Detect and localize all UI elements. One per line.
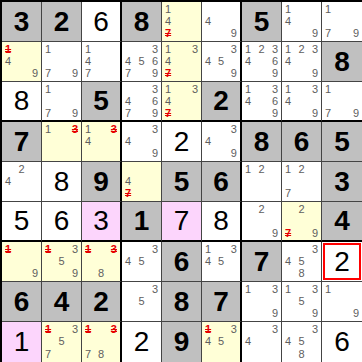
candidate-7-crossed: 7: [124, 188, 136, 200]
candidate-6: 6: [267, 95, 279, 107]
cell-r8c1[interactable]: 6: [2, 282, 42, 322]
candidate-5: 5: [56, 336, 68, 349]
cell-r6c7[interactable]: 29: [242, 202, 282, 242]
cell-r1c2[interactable]: 2: [42, 2, 82, 42]
cell-r6c4[interactable]: 1: [122, 202, 162, 242]
cell-r5c4[interactable]: 47: [122, 162, 162, 202]
candidate-3: 3: [147, 43, 159, 55]
solved-digit: 8: [54, 168, 70, 196]
candidate-1: 1: [244, 163, 256, 175]
cell-r9c8[interactable]: 3458: [282, 322, 322, 362]
candidate-3: 3: [267, 323, 279, 336]
candidate-5: 5: [136, 295, 148, 307]
candidate-7: 7: [124, 107, 136, 119]
cell-r5c9[interactable]: 3: [322, 162, 362, 202]
cell-r2c9[interactable]: 8: [322, 42, 362, 82]
cell-r8c9[interactable]: 19: [322, 282, 362, 322]
cell-r3c5[interactable]: 1347: [162, 82, 202, 122]
candidate-7: 7: [324, 28, 336, 40]
cell-r5c8[interactable]: 127: [282, 162, 322, 202]
candidate-2: 2: [296, 43, 308, 55]
given-digit: 8: [254, 128, 270, 156]
cell-r3c6[interactable]: 2: [202, 82, 242, 122]
candidate-2: 2: [296, 203, 308, 215]
cell-r1c4[interactable]: 8: [122, 2, 162, 42]
candidate-6: 6: [147, 55, 159, 67]
candidate-1: 1: [324, 83, 336, 95]
candidate-9: 9: [307, 68, 319, 80]
candidate-4: 4: [4, 175, 16, 187]
candidate-1: 1: [84, 43, 95, 55]
cell-r6c8[interactable]: 279: [282, 202, 322, 242]
cell-r3c8[interactable]: 1349: [282, 82, 322, 122]
given-digit: 5: [93, 87, 109, 115]
candidate-7-crossed: 7: [164, 68, 176, 80]
given-digit: 5: [334, 128, 350, 156]
candidate-7: 7: [324, 107, 336, 119]
cell-r8c4[interactable]: 35: [122, 282, 162, 322]
candidate-4: 4: [284, 255, 296, 267]
cell-r9c2[interactable]: 1357: [42, 322, 82, 362]
given-digit: 6: [174, 248, 190, 276]
candidate-4: 4: [124, 135, 136, 147]
cell-r5c1[interactable]: 24: [2, 162, 42, 202]
given-digit: 7: [213, 288, 229, 316]
candidate-9: 9: [147, 107, 159, 119]
candidate-9: 9: [267, 227, 279, 239]
candidate-4: 4: [284, 15, 296, 27]
candidate-9: 9: [147, 148, 159, 160]
given-digit: 4: [54, 288, 70, 316]
candidate-9: 9: [267, 107, 279, 119]
candidate-3: 3: [147, 123, 159, 135]
candidate-3: 3: [227, 243, 238, 255]
candidate-2: 2: [256, 203, 268, 215]
cell-r4c5[interactable]: 2: [162, 122, 202, 162]
candidate-9: 9: [147, 68, 159, 80]
candidate-3: 3: [267, 283, 279, 295]
candidate-1: 1: [324, 283, 336, 295]
cell-r2c1[interactable]: 149: [2, 42, 42, 82]
candidate-7: 7: [44, 348, 56, 361]
candidate-4: 4: [124, 95, 136, 107]
candidate-4: 4: [164, 55, 176, 67]
given-digit: 6: [294, 128, 310, 156]
candidate-4: 4: [244, 95, 256, 107]
cell-r8c3[interactable]: 2: [82, 282, 122, 322]
cell-r6c6[interactable]: 8: [202, 202, 242, 242]
candidate-5: 5: [296, 336, 308, 349]
cell-r7c1[interactable]: 19: [2, 242, 42, 282]
cell-r8c2[interactable]: 4: [42, 282, 82, 322]
candidate-1: 1: [44, 43, 56, 55]
candidate-4: 4: [84, 55, 95, 67]
candidate-3: 3: [267, 43, 279, 55]
solved-digit: 6: [54, 207, 70, 235]
candidate-8: 8: [296, 268, 308, 280]
candidate-1-crossed: 1: [44, 243, 56, 255]
cell-r1c9[interactable]: 179: [322, 2, 362, 42]
candidate-1: 1: [244, 283, 256, 295]
solved-digit: 8: [14, 87, 30, 115]
given-digit: 5: [174, 168, 190, 196]
candidate-3-crossed: 3: [107, 243, 118, 255]
cell-r8c8[interactable]: 1359: [282, 282, 322, 322]
candidate-1: 1: [244, 83, 256, 95]
cell-r2c3[interactable]: 147: [82, 42, 122, 82]
candidate-3: 3: [307, 323, 319, 336]
candidate-1: 1: [284, 163, 296, 175]
candidate-8: 8: [95, 348, 106, 361]
candidate-1-crossed: 1: [84, 323, 95, 336]
candidate-5: 5: [215, 336, 226, 349]
solved-digit: 6: [93, 8, 109, 36]
solved-digit: 7: [174, 207, 190, 235]
candidate-9: 9: [348, 107, 360, 119]
candidate-3: 3: [307, 243, 319, 255]
candidate-4: 4: [204, 55, 215, 67]
candidate-9: 9: [348, 28, 360, 40]
candidate-4: 4: [284, 95, 296, 107]
solved-digit: 2: [174, 128, 190, 156]
cell-r7c6[interactable]: 1345: [202, 242, 242, 282]
candidate-3: 3: [227, 123, 238, 135]
cell-r4c9[interactable]: 5: [322, 122, 362, 162]
candidate-4: 4: [124, 55, 136, 67]
given-digit: 2: [54, 8, 70, 36]
cell-r6c2[interactable]: 6: [42, 202, 82, 242]
cell-r8c5[interactable]: 8: [162, 282, 202, 322]
candidate-3: 3: [267, 83, 279, 95]
candidate-1: 1: [284, 43, 296, 55]
candidate-6: 6: [147, 95, 159, 107]
cell-r5c5[interactable]: 5: [162, 162, 202, 202]
candidate-9: 9: [307, 308, 319, 320]
given-digit: 9: [93, 168, 109, 196]
cell-r2c6[interactable]: 3459: [202, 42, 242, 82]
candidate-4: 4: [84, 135, 95, 147]
candidate-5: 5: [296, 295, 308, 307]
cell-r7c3[interactable]: 138: [82, 242, 122, 282]
cell-r9c3[interactable]: 1378: [82, 322, 122, 362]
candidate-4: 4: [4, 55, 16, 67]
candidate-4: 4: [244, 55, 256, 67]
candidate-7-crossed: 7: [284, 227, 296, 239]
cell-r2c4[interactable]: 345679: [122, 42, 162, 82]
given-digit: 8: [334, 48, 350, 76]
cell-r1c5[interactable]: 147: [162, 2, 202, 42]
candidate-1: 1: [244, 43, 256, 55]
candidate-7: 7: [44, 68, 56, 80]
candidate-9: 9: [307, 227, 319, 239]
solved-digit: 6: [334, 328, 350, 356]
candidate-5: 5: [215, 255, 226, 267]
given-digit: 2: [93, 288, 109, 316]
candidate-8: 8: [95, 268, 106, 280]
cell-r6c5[interactable]: 7: [162, 202, 202, 242]
candidate-3: 3: [147, 283, 159, 295]
cell-r1c1[interactable]: 3: [2, 2, 42, 42]
candidate-4: 4: [204, 15, 215, 27]
cell-r4c2[interactable]: 13: [42, 122, 82, 162]
cell-r4c6[interactable]: 349: [202, 122, 242, 162]
cell-r7c9[interactable]: 2: [322, 242, 362, 282]
cell-r4c4[interactable]: 349: [122, 122, 162, 162]
candidate-3: 3: [187, 83, 199, 95]
given-digit: 7: [254, 248, 270, 276]
cell-r6c9[interactable]: 4: [322, 202, 362, 242]
candidate-7: 7: [84, 68, 95, 80]
candidate-4: 4: [204, 255, 215, 267]
candidate-6: 6: [267, 55, 279, 67]
candidate-2: 2: [16, 163, 28, 175]
candidate-1-crossed: 1: [4, 243, 16, 255]
cell-r2c5[interactable]: 1347: [162, 42, 202, 82]
candidate-1: 1: [204, 243, 215, 255]
cell-r4c1[interactable]: 7: [2, 122, 42, 162]
given-digit: 3: [14, 8, 30, 36]
candidate-4: 4: [284, 55, 296, 67]
cell-r1c7[interactable]: 5: [242, 2, 282, 42]
cell-r7c4[interactable]: 345: [122, 242, 162, 282]
candidate-2: 2: [256, 163, 268, 175]
cell-r2c8[interactable]: 12349: [282, 42, 322, 82]
cell-r5c7[interactable]: 12: [242, 162, 282, 202]
candidate-1: 1: [324, 3, 336, 15]
candidate-7: 7: [284, 188, 296, 200]
given-digit: 7: [14, 128, 30, 156]
candidate-1: 1: [284, 83, 296, 95]
cell-r5c6[interactable]: 6: [202, 162, 242, 202]
solved-digit: 1: [14, 328, 30, 356]
candidate-7-crossed: 7: [164, 28, 176, 40]
candidate-1: 1: [44, 123, 56, 135]
candidate-9: 9: [267, 308, 279, 320]
cell-r1c6[interactable]: 49: [202, 2, 242, 42]
candidate-1-crossed: 1: [204, 323, 215, 336]
candidate-3: 3: [307, 283, 319, 295]
candidate-3: 3: [227, 43, 238, 55]
candidate-3: 3: [227, 323, 238, 336]
candidate-4: 4: [204, 135, 215, 147]
cell-r2c7[interactable]: 123469: [242, 42, 282, 82]
given-digit: 6: [14, 288, 30, 316]
candidate-9: 9: [27, 268, 39, 280]
cell-r6c3[interactable]: 3: [82, 202, 122, 242]
cell-r3c7[interactable]: 13469: [242, 82, 282, 122]
candidate-4: 4: [204, 336, 215, 349]
given-digit: 8: [134, 8, 150, 36]
solved-digit: 8: [213, 207, 229, 235]
cell-r9c7[interactable]: 34: [242, 322, 282, 362]
candidate-2: 2: [256, 43, 268, 55]
cell-r7c2[interactable]: 1359: [42, 242, 82, 282]
candidate-1: 1: [84, 123, 95, 135]
candidate-7: 7: [44, 107, 56, 119]
candidate-1: 1: [164, 83, 176, 95]
candidate-5: 5: [136, 55, 148, 67]
candidate-3-crossed: 3: [107, 323, 118, 336]
candidate-9: 9: [27, 68, 39, 80]
cell-r5c2[interactable]: 8: [42, 162, 82, 202]
cell-r4c3[interactable]: 134: [82, 122, 122, 162]
candidate-5: 5: [136, 255, 148, 267]
given-digit: 5: [254, 8, 270, 36]
candidate-3: 3: [147, 83, 159, 95]
given-digit: 3: [334, 168, 350, 196]
candidate-9: 9: [67, 268, 79, 280]
cell-r3c2[interactable]: 179: [42, 82, 82, 122]
cell-r7c8[interactable]: 3458: [282, 242, 322, 282]
solved-digit: 2: [134, 328, 150, 356]
candidate-9: 9: [227, 148, 238, 160]
cell-r9c1[interactable]: 1: [2, 322, 42, 362]
given-digit: 4: [334, 207, 350, 235]
given-digit: 8: [174, 288, 190, 316]
cell-r1c3[interactable]: 6: [82, 2, 122, 42]
solved-digit: 5: [14, 207, 30, 235]
candidate-1-crossed: 1: [84, 243, 95, 255]
candidate-9: 9: [267, 68, 279, 80]
cell-r9c5[interactable]: 9: [162, 322, 202, 362]
candidate-1: 1: [44, 83, 56, 95]
cell-r3c3[interactable]: 5: [82, 82, 122, 122]
candidate-5: 5: [215, 55, 226, 67]
cell-r7c7[interactable]: 7: [242, 242, 282, 282]
candidate-4: 4: [164, 95, 176, 107]
candidate-9: 9: [307, 28, 319, 40]
candidate-3: 3: [307, 43, 319, 55]
candidate-1-crossed: 1: [4, 43, 16, 55]
given-digit: 2: [213, 87, 229, 115]
candidate-3-crossed: 3: [67, 123, 79, 135]
candidate-9: 9: [227, 68, 238, 80]
candidate-7-crossed: 7: [164, 107, 176, 119]
candidate-8: 8: [296, 348, 308, 361]
candidate-1-crossed: 1: [44, 323, 56, 336]
cell-r6c1[interactable]: 5: [2, 202, 42, 242]
given-digit: 6: [213, 168, 229, 196]
candidate-9: 9: [307, 107, 319, 119]
candidate-3: 3: [147, 243, 159, 255]
solved-digit: 3: [93, 207, 109, 235]
sudoku-board: 3268147495149179149179147345679134734591…: [0, 0, 362, 362]
cell-r4c7[interactable]: 8: [242, 122, 282, 162]
candidate-1: 1: [284, 3, 296, 15]
candidate-9: 9: [348, 308, 360, 320]
candidate-4: 4: [284, 336, 296, 349]
candidate-5: 5: [296, 255, 308, 267]
candidate-9: 9: [227, 28, 238, 40]
cell-r4c8[interactable]: 6: [282, 122, 322, 162]
cell-r1c8[interactable]: 149: [282, 2, 322, 42]
candidate-7: 7: [124, 68, 136, 80]
cell-r8c6[interactable]: 7: [202, 282, 242, 322]
candidate-2: 2: [296, 163, 308, 175]
candidate-5: 5: [56, 255, 68, 267]
cell-r8c7[interactable]: 139: [242, 282, 282, 322]
candidate-3: 3: [67, 323, 79, 336]
candidate-4: 4: [244, 336, 256, 349]
solved-digit: 2: [334, 248, 350, 276]
given-digit: 9: [174, 328, 190, 356]
given-digit: 1: [134, 207, 150, 235]
cell-r5c3[interactable]: 9: [82, 162, 122, 202]
candidate-4: 4: [124, 255, 136, 267]
candidate-9: 9: [67, 68, 79, 80]
cell-r3c4[interactable]: 34679: [122, 82, 162, 122]
candidate-3-crossed: 3: [107, 123, 118, 135]
cell-r9c6[interactable]: 1345: [202, 322, 242, 362]
cell-r9c4[interactable]: 2: [122, 322, 162, 362]
candidate-7: 7: [84, 348, 95, 361]
candidate-1: 1: [284, 283, 296, 295]
cell-r3c1[interactable]: 8: [2, 82, 42, 122]
candidate-3: 3: [307, 83, 319, 95]
candidate-4: 4: [124, 175, 136, 187]
candidate-1: 1: [164, 43, 176, 55]
cell-r7c5[interactable]: 6: [162, 242, 202, 282]
cell-r2c2[interactable]: 179: [42, 42, 82, 82]
candidate-3: 3: [187, 43, 199, 55]
candidate-1: 1: [164, 3, 176, 15]
cell-r3c9[interactable]: 179: [322, 82, 362, 122]
candidate-9: 9: [67, 107, 79, 119]
candidate-3: 3: [67, 243, 79, 255]
cell-r9c9[interactable]: 6: [322, 322, 362, 362]
candidate-4: 4: [164, 15, 176, 27]
